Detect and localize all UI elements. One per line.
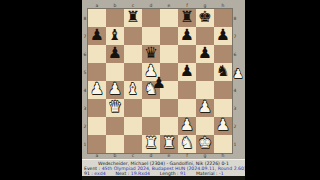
extra-white-pawn-icon: ♟ xyxy=(231,66,245,82)
coord-label-7: 7 xyxy=(232,27,238,45)
square-a8[interactable] xyxy=(88,9,106,27)
square-g4[interactable] xyxy=(196,81,214,99)
square-h7[interactable]: ♟ xyxy=(214,27,232,45)
square-d7[interactable] xyxy=(142,27,160,45)
coord-label-1: 1 xyxy=(232,135,238,153)
square-g8[interactable]: ♚ xyxy=(196,9,214,27)
coord-label-8: 8 xyxy=(232,9,238,27)
square-d2[interactable] xyxy=(142,117,160,135)
right-black-bar xyxy=(245,0,320,180)
coord-label-4: 4 xyxy=(232,81,238,99)
square-b7[interactable]: ♝ xyxy=(106,27,124,45)
caption-bottom-strip xyxy=(82,176,245,180)
square-d6[interactable]: ♛ xyxy=(142,45,160,63)
square-a7[interactable]: ♟ xyxy=(88,27,106,45)
square-a1[interactable] xyxy=(88,135,106,153)
square-f8[interactable]: ♜ xyxy=(178,9,196,27)
white-pawn-h2[interactable]: ♟ xyxy=(214,117,232,135)
square-b5[interactable] xyxy=(106,63,124,81)
square-b1[interactable] xyxy=(106,135,124,153)
square-b2[interactable] xyxy=(106,117,124,135)
white-pawn-b4[interactable]: ♟ xyxy=(106,81,124,99)
black-pawn-g6[interactable]: ♟ xyxy=(196,45,214,63)
square-e8[interactable] xyxy=(160,9,178,27)
square-h5[interactable]: ♞ xyxy=(214,63,232,81)
square-a6[interactable] xyxy=(88,45,106,63)
square-b3[interactable]: ♛ xyxy=(106,99,124,117)
square-h3[interactable] xyxy=(214,99,232,117)
square-g1[interactable]: ♚ xyxy=(196,135,214,153)
square-g7[interactable] xyxy=(196,27,214,45)
video-frame: abcdefgh 87654321 87654321 ♜♜♚♟♝♟♟♟♛♟♟♟♞… xyxy=(0,0,320,180)
white-knight-f1[interactable]: ♞ xyxy=(178,135,196,153)
square-e7[interactable] xyxy=(160,27,178,45)
square-e2[interactable] xyxy=(160,117,178,135)
square-c7[interactable] xyxy=(124,27,142,45)
coord-label-2: 2 xyxy=(232,117,238,135)
white-rook-e1[interactable]: ♜ xyxy=(160,135,178,153)
square-f2[interactable]: ♟ xyxy=(178,117,196,135)
black-bishop-b7[interactable]: ♝ xyxy=(106,27,124,45)
square-c6[interactable] xyxy=(124,45,142,63)
square-e1[interactable]: ♜ xyxy=(160,135,178,153)
black-pawn-h7[interactable]: ♟ xyxy=(214,27,232,45)
square-f3[interactable] xyxy=(178,99,196,117)
material-indicator: ♟ xyxy=(231,66,245,82)
square-d3[interactable] xyxy=(142,99,160,117)
black-king-g8[interactable]: ♚ xyxy=(196,9,214,27)
black-queen-d6[interactable]: ♛ xyxy=(142,45,160,63)
caption: Wedscheider, Michael (2304) - Gandolfini… xyxy=(82,159,245,176)
square-c3[interactable] xyxy=(124,99,142,117)
white-king-g1[interactable]: ♚ xyxy=(196,135,214,153)
black-rook-f8[interactable]: ♜ xyxy=(178,9,196,27)
square-g6[interactable]: ♟ xyxy=(196,45,214,63)
square-h1[interactable] xyxy=(214,135,232,153)
square-c5[interactable] xyxy=(124,63,142,81)
square-g3[interactable]: ♟ xyxy=(196,99,214,117)
square-b8[interactable] xyxy=(106,9,124,27)
black-pawn-b6[interactable]: ♟ xyxy=(106,45,124,63)
square-b4[interactable]: ♟ xyxy=(106,81,124,99)
square-f5[interactable]: ♟ xyxy=(178,63,196,81)
square-d1[interactable]: ♜ xyxy=(142,135,160,153)
square-h8[interactable] xyxy=(214,9,232,27)
black-pawn-a7[interactable]: ♟ xyxy=(88,27,106,45)
white-pawn-a4[interactable]: ♟ xyxy=(88,81,106,99)
square-d8[interactable] xyxy=(142,9,160,27)
square-c1[interactable] xyxy=(124,135,142,153)
white-bishop-c4[interactable]: ♝ xyxy=(124,81,142,99)
square-f4[interactable] xyxy=(178,81,196,99)
square-f7[interactable]: ♟ xyxy=(178,27,196,45)
square-g5[interactable] xyxy=(196,63,214,81)
square-g2[interactable] xyxy=(196,117,214,135)
square-a3[interactable] xyxy=(88,99,106,117)
square-b6[interactable]: ♟ xyxy=(106,45,124,63)
black-pawn-icon: ♟ xyxy=(150,75,168,93)
square-c8[interactable]: ♜ xyxy=(124,9,142,27)
black-pawn-f7[interactable]: ♟ xyxy=(178,27,196,45)
white-rook-d1[interactable]: ♜ xyxy=(142,135,160,153)
white-pawn-f2[interactable]: ♟ xyxy=(178,117,196,135)
square-e3[interactable] xyxy=(160,99,178,117)
coord-label-3: 3 xyxy=(232,99,238,117)
board-panel: abcdefgh 87654321 87654321 ♜♜♚♟♝♟♟♟♛♟♟♟♞… xyxy=(82,0,245,180)
square-c4[interactable]: ♝ xyxy=(124,81,142,99)
white-queen-b3[interactable]: ♛ xyxy=(106,99,124,117)
square-h6[interactable] xyxy=(214,45,232,63)
black-pawn-f5[interactable]: ♟ xyxy=(178,63,196,81)
black-rook-c8[interactable]: ♜ xyxy=(124,9,142,27)
black-knight-h5[interactable]: ♞ xyxy=(214,63,232,81)
square-a4[interactable]: ♟ xyxy=(88,81,106,99)
square-a5[interactable] xyxy=(88,63,106,81)
coord-label-6: 6 xyxy=(232,45,238,63)
left-black-bar xyxy=(0,0,82,180)
square-c2[interactable] xyxy=(124,117,142,135)
square-h4[interactable] xyxy=(214,81,232,99)
moving-black-pawn[interactable]: ♟ xyxy=(150,75,168,93)
square-e6[interactable] xyxy=(160,45,178,63)
white-pawn-g3[interactable]: ♟ xyxy=(196,99,214,117)
square-h2[interactable]: ♟ xyxy=(214,117,232,135)
square-f6[interactable] xyxy=(178,45,196,63)
square-a2[interactable] xyxy=(88,117,106,135)
square-f1[interactable]: ♞ xyxy=(178,135,196,153)
